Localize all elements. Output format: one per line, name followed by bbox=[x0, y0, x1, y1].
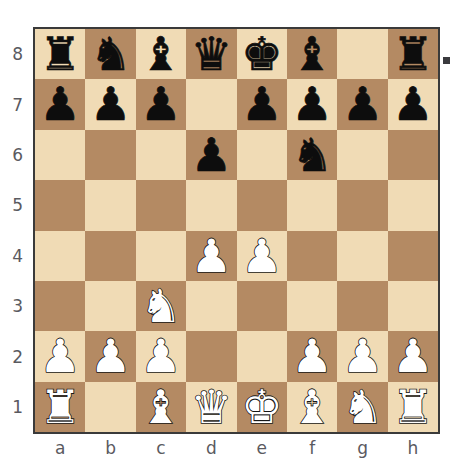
square-c7[interactable]: ♟ bbox=[136, 79, 186, 129]
square-f5[interactable] bbox=[287, 180, 337, 230]
piece-white-pawn[interactable]: ♟ bbox=[241, 231, 282, 281]
square-f8[interactable]: ♝ bbox=[287, 29, 337, 79]
square-d3[interactable] bbox=[186, 281, 236, 331]
square-b2[interactable]: ♟ bbox=[85, 331, 135, 381]
piece-white-pawn[interactable]: ♟ bbox=[292, 331, 333, 381]
rank-label-4: 4 bbox=[0, 231, 30, 281]
piece-black-queen[interactable]: ♛ bbox=[191, 29, 232, 79]
square-a6[interactable] bbox=[35, 130, 85, 180]
piece-black-rook[interactable]: ♜ bbox=[40, 29, 81, 79]
file-label-a: a bbox=[35, 436, 85, 460]
square-c8[interactable]: ♝ bbox=[136, 29, 186, 79]
piece-white-pawn[interactable]: ♟ bbox=[392, 331, 433, 381]
piece-black-bishop[interactable]: ♝ bbox=[140, 29, 181, 79]
square-a7[interactable]: ♟ bbox=[35, 79, 85, 129]
piece-black-pawn[interactable]: ♟ bbox=[90, 79, 131, 129]
square-c1[interactable]: ♝ bbox=[136, 382, 186, 432]
square-d5[interactable] bbox=[186, 180, 236, 230]
square-g8[interactable] bbox=[337, 29, 387, 79]
rank-labels: 87654321 bbox=[0, 29, 30, 432]
square-e6[interactable] bbox=[237, 130, 287, 180]
square-e3[interactable] bbox=[237, 281, 287, 331]
piece-black-pawn[interactable]: ♟ bbox=[140, 79, 181, 129]
square-b4[interactable] bbox=[85, 231, 135, 281]
square-f7[interactable]: ♟ bbox=[287, 79, 337, 129]
square-d4[interactable]: ♟ bbox=[186, 231, 236, 281]
square-g4[interactable] bbox=[337, 231, 387, 281]
file-labels: abcdefgh bbox=[35, 436, 438, 460]
file-label-b: b bbox=[85, 436, 135, 460]
move-indicator-black-to-move bbox=[443, 57, 450, 64]
piece-black-pawn[interactable]: ♟ bbox=[292, 79, 333, 129]
square-h8[interactable]: ♜ bbox=[388, 29, 438, 79]
piece-black-rook[interactable]: ♜ bbox=[392, 29, 433, 79]
file-label-g: g bbox=[337, 436, 387, 460]
square-f2[interactable]: ♟ bbox=[287, 331, 337, 381]
piece-black-pawn[interactable]: ♟ bbox=[191, 130, 232, 180]
rank-label-5: 5 bbox=[0, 180, 30, 230]
square-e2[interactable] bbox=[237, 331, 287, 381]
square-b6[interactable] bbox=[85, 130, 135, 180]
piece-black-knight[interactable]: ♞ bbox=[292, 130, 333, 180]
piece-black-bishop[interactable]: ♝ bbox=[292, 29, 333, 79]
piece-white-pawn[interactable]: ♟ bbox=[140, 331, 181, 381]
square-b3[interactable] bbox=[85, 281, 135, 331]
square-e7[interactable]: ♟ bbox=[237, 79, 287, 129]
square-e8[interactable]: ♚ bbox=[237, 29, 287, 79]
square-g7[interactable]: ♟ bbox=[337, 79, 387, 129]
square-g6[interactable] bbox=[337, 130, 387, 180]
piece-white-rook[interactable]: ♜ bbox=[40, 382, 81, 432]
square-h1[interactable]: ♜ bbox=[388, 382, 438, 432]
piece-white-pawn[interactable]: ♟ bbox=[90, 331, 131, 381]
square-d1[interactable]: ♛ bbox=[186, 382, 236, 432]
piece-black-knight[interactable]: ♞ bbox=[90, 29, 131, 79]
square-d8[interactable]: ♛ bbox=[186, 29, 236, 79]
piece-white-bishop[interactable]: ♝ bbox=[140, 382, 181, 432]
square-h2[interactable]: ♟ bbox=[388, 331, 438, 381]
square-a2[interactable]: ♟ bbox=[35, 331, 85, 381]
square-g1[interactable]: ♞ bbox=[337, 382, 387, 432]
piece-black-pawn[interactable]: ♟ bbox=[40, 79, 81, 129]
chess-board-widget: 87654321 ♜♞♝♛♚♝♜♟♟♟♟♟♟♟♟♞♟♟♞♟♟♟♟♟♟♜♝♛♚♝♞… bbox=[0, 0, 464, 464]
rank-label-8: 8 bbox=[0, 29, 30, 79]
piece-white-pawn[interactable]: ♟ bbox=[191, 231, 232, 281]
square-g2[interactable]: ♟ bbox=[337, 331, 387, 381]
piece-black-pawn[interactable]: ♟ bbox=[241, 79, 282, 129]
square-c5[interactable] bbox=[136, 180, 186, 230]
square-h7[interactable]: ♟ bbox=[388, 79, 438, 129]
file-label-d: d bbox=[186, 436, 236, 460]
file-label-f: f bbox=[287, 436, 337, 460]
square-f6[interactable]: ♞ bbox=[287, 130, 337, 180]
piece-white-knight[interactable]: ♞ bbox=[342, 382, 383, 432]
square-f4[interactable] bbox=[287, 231, 337, 281]
square-e1[interactable]: ♚ bbox=[237, 382, 287, 432]
piece-white-king[interactable]: ♚ bbox=[241, 382, 282, 432]
square-a5[interactable] bbox=[35, 180, 85, 230]
square-a4[interactable] bbox=[35, 231, 85, 281]
square-c2[interactable]: ♟ bbox=[136, 331, 186, 381]
square-a8[interactable]: ♜ bbox=[35, 29, 85, 79]
rank-label-3: 3 bbox=[0, 281, 30, 331]
square-d6[interactable]: ♟ bbox=[186, 130, 236, 180]
rank-label-6: 6 bbox=[0, 130, 30, 180]
square-h4[interactable] bbox=[388, 231, 438, 281]
square-h6[interactable] bbox=[388, 130, 438, 180]
piece-white-rook[interactable]: ♜ bbox=[392, 382, 433, 432]
square-b7[interactable]: ♟ bbox=[85, 79, 135, 129]
square-h3[interactable] bbox=[388, 281, 438, 331]
piece-black-pawn[interactable]: ♟ bbox=[392, 79, 433, 129]
square-b5[interactable] bbox=[85, 180, 135, 230]
square-c4[interactable] bbox=[136, 231, 186, 281]
piece-white-queen[interactable]: ♛ bbox=[191, 382, 232, 432]
square-a3[interactable] bbox=[35, 281, 85, 331]
square-c3[interactable]: ♞ bbox=[136, 281, 186, 331]
square-c6[interactable] bbox=[136, 130, 186, 180]
square-g3[interactable] bbox=[337, 281, 387, 331]
piece-black-king[interactable]: ♚ bbox=[241, 29, 282, 79]
square-d2[interactable] bbox=[186, 331, 236, 381]
square-b1[interactable] bbox=[85, 382, 135, 432]
piece-white-pawn[interactable]: ♟ bbox=[40, 331, 81, 381]
file-label-e: e bbox=[237, 436, 287, 460]
square-a1[interactable]: ♜ bbox=[35, 382, 85, 432]
square-d7[interactable] bbox=[186, 79, 236, 129]
file-label-c: c bbox=[136, 436, 186, 460]
rank-label-2: 2 bbox=[0, 331, 30, 381]
piece-black-pawn[interactable]: ♟ bbox=[342, 79, 383, 129]
rank-label-1: 1 bbox=[0, 382, 30, 432]
chess-board[interactable]: ♜♞♝♛♚♝♜♟♟♟♟♟♟♟♟♞♟♟♞♟♟♟♟♟♟♜♝♛♚♝♞♜ bbox=[33, 27, 440, 434]
piece-white-knight[interactable]: ♞ bbox=[140, 281, 181, 331]
piece-white-bishop[interactable]: ♝ bbox=[292, 382, 333, 432]
piece-white-pawn[interactable]: ♟ bbox=[342, 331, 383, 381]
rank-label-7: 7 bbox=[0, 79, 30, 129]
square-f1[interactable]: ♝ bbox=[287, 382, 337, 432]
square-b8[interactable]: ♞ bbox=[85, 29, 135, 79]
square-h5[interactable] bbox=[388, 180, 438, 230]
square-e4[interactable]: ♟ bbox=[237, 231, 287, 281]
file-label-h: h bbox=[388, 436, 438, 460]
square-f3[interactable] bbox=[287, 281, 337, 331]
square-g5[interactable] bbox=[337, 180, 387, 230]
square-e5[interactable] bbox=[237, 180, 287, 230]
